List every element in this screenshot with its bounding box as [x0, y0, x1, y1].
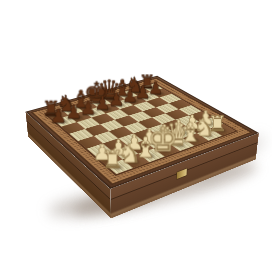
- chess-case: ♜♟♟♜♞♟♟♞♝♟♟♝♛♟♟♛♚♟♟♚♝♟♟♝♞♟♟♞♜♟♟♜: [25, 76, 259, 189]
- white-rook: ♜: [97, 148, 127, 172]
- brass-clasp: [177, 169, 187, 179]
- black-pawn: ♟: [45, 106, 71, 125]
- chess-set-product-photo: ♜♟♟♜♞♟♟♞♝♟♟♝♛♟♟♛♚♟♟♚♝♟♟♝♞♟♟♞♜♟♟♜: [0, 0, 272, 272]
